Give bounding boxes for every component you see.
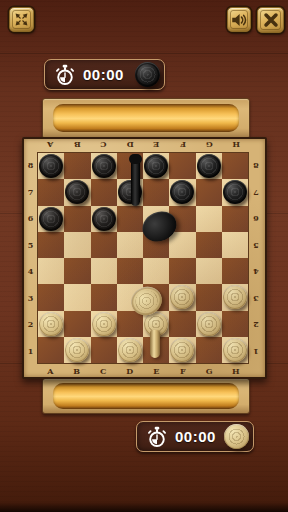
black-piece-h7[interactable] <box>223 180 247 204</box>
file-label-bottom-c: C <box>90 364 117 377</box>
rank-label-right-5: 5 <box>249 232 263 259</box>
square-d6[interactable] <box>117 206 143 232</box>
square-f2[interactable] <box>169 311 195 337</box>
square-a1[interactable] <box>38 337 64 363</box>
close-button[interactable] <box>257 7 284 33</box>
file-labels-top: ABCDEFGH <box>37 139 249 152</box>
white-piece-f1[interactable] <box>170 338 194 362</box>
black-piece-c8[interactable] <box>92 154 116 178</box>
rank-label-left-8: 8 <box>24 152 37 179</box>
rank-label-right-2: 2 <box>249 311 263 338</box>
square-g3[interactable] <box>196 284 222 310</box>
white-timer-value: 00:00 <box>175 428 216 445</box>
square-g8[interactable] <box>196 153 222 179</box>
stopwatch-icon <box>146 426 168 448</box>
file-label-bottom-h: H <box>223 364 250 377</box>
square-g4[interactable] <box>196 258 222 284</box>
rank-label-left-7: 7 <box>24 179 37 206</box>
square-a3[interactable] <box>38 284 64 310</box>
square-a7[interactable] <box>38 179 64 205</box>
square-b2[interactable] <box>64 311 90 337</box>
square-d4[interactable] <box>117 258 143 284</box>
square-c4[interactable] <box>91 258 117 284</box>
file-label-bottom-g: G <box>196 364 223 377</box>
square-h1[interactable] <box>222 337 248 363</box>
black-timer-panel: 00:00 <box>44 59 165 90</box>
speaker-icon <box>230 11 248 29</box>
white-piece-b1[interactable] <box>65 338 89 362</box>
square-c3[interactable] <box>91 284 117 310</box>
animating-black-piece-on-edge[interactable] <box>131 155 140 206</box>
rank-label-right-4: 4 <box>249 258 263 285</box>
square-c2[interactable] <box>91 311 117 337</box>
square-g1[interactable] <box>196 337 222 363</box>
square-b7[interactable] <box>64 179 90 205</box>
square-c6[interactable] <box>91 206 117 232</box>
expand-arrows-icon <box>13 11 30 28</box>
rank-labels-left: 87654321 <box>24 152 37 364</box>
black-piece-f7[interactable] <box>170 180 194 204</box>
file-label-top-h: H <box>223 139 250 152</box>
file-label-bottom-d: D <box>117 364 144 377</box>
square-e4[interactable] <box>143 258 169 284</box>
file-label-top-e: E <box>143 139 170 152</box>
square-b8[interactable] <box>64 153 90 179</box>
rank-label-right-3: 3 <box>249 285 263 312</box>
white-piece-f3[interactable] <box>170 285 194 309</box>
rank-label-left-6: 6 <box>24 205 37 232</box>
black-piece-c6[interactable] <box>92 207 116 231</box>
checkers-board: ABCDEFGH ABCDEFGH 87654321 87654321 <box>22 137 267 379</box>
black-piece-g8[interactable] <box>197 154 221 178</box>
square-b3[interactable] <box>64 284 90 310</box>
black-piece-e8[interactable] <box>144 154 168 178</box>
square-e8[interactable] <box>143 153 169 179</box>
square-f7[interactable] <box>169 179 195 205</box>
square-h8[interactable] <box>222 153 248 179</box>
stopwatch-icon <box>54 64 76 86</box>
file-label-top-c: C <box>90 139 117 152</box>
square-h3[interactable] <box>222 284 248 310</box>
square-b1[interactable] <box>64 337 90 363</box>
square-g2[interactable] <box>196 311 222 337</box>
white-piece-h3[interactable] <box>223 285 247 309</box>
board-grid <box>37 152 249 364</box>
white-piece-g2[interactable] <box>197 312 221 336</box>
white-piece-h1[interactable] <box>223 338 247 362</box>
file-label-top-a: A <box>37 139 64 152</box>
file-label-top-b: B <box>64 139 91 152</box>
square-c8[interactable] <box>91 153 117 179</box>
rank-label-left-5: 5 <box>24 232 37 259</box>
rank-label-right-7: 7 <box>249 179 263 206</box>
square-g6[interactable] <box>196 206 222 232</box>
file-labels-bottom: ABCDEFGH <box>37 364 249 377</box>
square-a5[interactable] <box>38 232 64 258</box>
rank-label-left-4: 4 <box>24 258 37 285</box>
fullscreen-button[interactable] <box>9 7 34 32</box>
captured-pieces-tray-top <box>42 98 250 139</box>
black-piece-a6[interactable] <box>39 207 63 231</box>
sound-button[interactable] <box>227 7 251 32</box>
black-timer-value: 00:00 <box>83 66 124 83</box>
square-e7[interactable] <box>143 179 169 205</box>
rank-label-left-1: 1 <box>24 338 37 365</box>
white-player-piece-badge <box>224 424 249 449</box>
square-h5[interactable] <box>222 232 248 258</box>
white-piece-a2[interactable] <box>39 312 63 336</box>
white-piece-d1[interactable] <box>118 338 142 362</box>
rank-label-left-2: 2 <box>24 311 37 338</box>
square-a6[interactable] <box>38 206 64 232</box>
black-piece-a8[interactable] <box>39 154 63 178</box>
file-label-bottom-f: F <box>170 364 197 377</box>
square-b4[interactable] <box>64 258 90 284</box>
file-label-bottom-a: A <box>37 364 64 377</box>
square-f5[interactable] <box>169 232 195 258</box>
file-label-top-f: F <box>170 139 197 152</box>
square-f8[interactable] <box>169 153 195 179</box>
tray-roller <box>53 104 239 132</box>
rank-label-right-6: 6 <box>249 205 263 232</box>
square-c5[interactable] <box>91 232 117 258</box>
square-d5[interactable] <box>117 232 143 258</box>
rank-label-left-3: 3 <box>24 285 37 312</box>
game-screen: 00:00 ABCDEFGH ABCDEFGH 87654321 8765432… <box>0 0 288 512</box>
square-h7[interactable] <box>222 179 248 205</box>
x-icon <box>262 11 280 29</box>
square-d1[interactable] <box>117 337 143 363</box>
square-g5[interactable] <box>196 232 222 258</box>
square-a8[interactable] <box>38 153 64 179</box>
square-f1[interactable] <box>169 337 195 363</box>
file-label-top-g: G <box>196 139 223 152</box>
file-label-bottom-e: E <box>143 364 170 377</box>
square-h4[interactable] <box>222 258 248 284</box>
square-b6[interactable] <box>64 206 90 232</box>
captured-pieces-tray-bottom <box>42 378 250 414</box>
square-h6[interactable] <box>222 206 248 232</box>
rank-label-right-8: 8 <box>249 152 263 179</box>
black-player-piece-badge <box>135 62 160 87</box>
square-h2[interactable] <box>222 311 248 337</box>
square-b5[interactable] <box>64 232 90 258</box>
square-c1[interactable] <box>91 337 117 363</box>
black-piece-b7[interactable] <box>65 180 89 204</box>
file-label-top-d: D <box>117 139 144 152</box>
square-f3[interactable] <box>169 284 195 310</box>
tray-roller <box>53 383 239 409</box>
animating-white-piece-on-edge[interactable] <box>150 330 160 358</box>
white-timer-panel: 00:00 <box>136 421 254 452</box>
square-c7[interactable] <box>91 179 117 205</box>
white-piece-c2[interactable] <box>92 312 116 336</box>
rank-label-right-1: 1 <box>249 338 263 365</box>
file-label-bottom-b: B <box>64 364 91 377</box>
square-a2[interactable] <box>38 311 64 337</box>
square-f4[interactable] <box>169 258 195 284</box>
square-g7[interactable] <box>196 179 222 205</box>
rank-labels-right: 87654321 <box>249 152 263 364</box>
square-a4[interactable] <box>38 258 64 284</box>
